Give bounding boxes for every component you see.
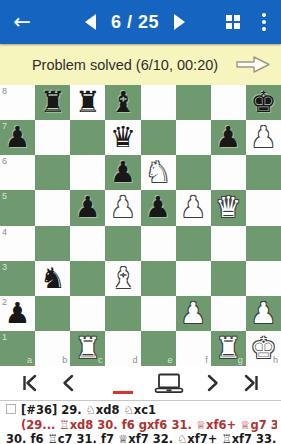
square-e3[interactable]	[141, 261, 176, 296]
square-g1[interactable]: g♜	[211, 331, 246, 366]
square-a5[interactable]: 5	[0, 190, 35, 225]
square-a6[interactable]: 6	[0, 155, 35, 190]
square-a7[interactable]: 7♟	[0, 120, 35, 155]
square-f6[interactable]	[176, 155, 211, 190]
prev-move-button[interactable]	[59, 372, 77, 394]
square-e7[interactable]	[141, 120, 176, 155]
square-c7[interactable]	[70, 120, 105, 155]
piece-black-pawn[interactable]: ♟	[141, 190, 176, 225]
square-b2[interactable]	[35, 296, 70, 331]
file-label: d	[132, 355, 137, 365]
square-b8[interactable]: ♜	[35, 85, 70, 120]
main-line-moves-2[interactable]: 30. f6 ♖c7 31. f7 ♕xf7 32. ♘xf7+ ♖xf7 33…	[6, 432, 277, 444]
square-h2[interactable]: ♟	[246, 296, 281, 331]
square-h7[interactable]: ♟	[246, 120, 281, 155]
app-screen: ← 6 / 25 Problem solved (6/10, 00:20) 8♜…	[0, 0, 281, 444]
rank-label: 3	[2, 262, 7, 272]
square-d4[interactable]	[105, 226, 140, 261]
file-label: a	[27, 355, 32, 365]
square-d6[interactable]: ♟	[105, 155, 140, 190]
square-c6[interactable]	[70, 155, 105, 190]
square-d1[interactable]: d	[105, 331, 140, 366]
overflow-menu-icon[interactable]	[260, 11, 268, 33]
square-d5[interactable]: ♟	[105, 190, 140, 225]
continue-arrow-icon[interactable]	[236, 55, 270, 74]
file-label: e	[168, 355, 173, 365]
square-b6[interactable]	[35, 155, 70, 190]
rank-label: 5	[2, 191, 7, 201]
square-f7[interactable]	[176, 120, 211, 155]
square-e6[interactable]: ♞	[141, 155, 176, 190]
square-h4[interactable]	[246, 226, 281, 261]
piece-black-pawn[interactable]: ♟	[0, 120, 35, 155]
variation-line[interactable]: (29... ♖xd8 30. f6 gxf6 31. ♕xf6+ ♕g7 32…	[6, 418, 277, 433]
piece-white-pawn[interactable]: ♟	[176, 190, 211, 225]
problem-grid-icon[interactable]	[226, 15, 240, 29]
square-f4[interactable]	[176, 226, 211, 261]
rank-label: 4	[2, 227, 7, 237]
notation-checkbox[interactable]	[6, 404, 16, 414]
main-line-moves-1[interactable]: 29. ♘xd8 ♘xc1	[61, 403, 156, 417]
piece-black-pawn[interactable]: ♟	[105, 155, 140, 190]
app-bar: ← 6 / 25	[0, 0, 281, 44]
main-line-row-1: [#36]29. ♘xd8 ♘xc1	[6, 403, 277, 418]
square-h6[interactable]	[246, 155, 281, 190]
back-arrow-icon[interactable]: ←	[0, 10, 44, 34]
last-move-button[interactable]	[239, 372, 264, 394]
square-c5[interactable]: ♟	[70, 190, 105, 225]
square-b3[interactable]: ♞	[35, 261, 70, 296]
square-a8[interactable]: 8	[0, 85, 35, 120]
square-e1[interactable]: e	[141, 331, 176, 366]
square-c1[interactable]: c♜	[70, 331, 105, 366]
square-h1[interactable]: h♚	[246, 331, 281, 366]
first-move-button[interactable]	[17, 372, 42, 394]
rank-label: 1	[2, 332, 7, 342]
piece-black-queen[interactable]: ♛	[105, 120, 140, 155]
square-c2[interactable]	[70, 296, 105, 331]
piece-white-king[interactable]: ♚	[246, 331, 281, 366]
piece-black-pawn[interactable]: ♟	[70, 190, 105, 225]
square-e8[interactable]	[141, 85, 176, 120]
puzzle-id: [#36]	[21, 403, 57, 417]
eval-gauge-button[interactable]	[95, 371, 135, 396]
square-b7[interactable]	[35, 120, 70, 155]
notation-panel: [#36]29. ♘xd8 ♘xc1 (29... ♖xd8 30. f6 gx…	[0, 401, 281, 444]
square-g5[interactable]: ♛	[211, 190, 246, 225]
prev-problem-icon[interactable]	[85, 14, 96, 30]
square-e2[interactable]	[141, 296, 176, 331]
square-g8[interactable]	[211, 85, 246, 120]
square-a1[interactable]: 1a	[0, 331, 35, 366]
piece-black-pawn[interactable]: ♟	[0, 296, 35, 331]
piece-black-knight[interactable]: ♞	[35, 261, 70, 296]
square-d8[interactable]: ♝	[105, 85, 140, 120]
eval-gauge-icon	[97, 373, 133, 394]
piece-white-bishop[interactable]: ♝	[105, 261, 140, 296]
app-bar-actions	[226, 11, 281, 33]
square-b4[interactable]	[35, 226, 70, 261]
square-g3[interactable]	[211, 261, 246, 296]
file-label: f	[205, 355, 208, 365]
square-c4[interactable]	[70, 226, 105, 261]
piece-white-pawn[interactable]: ♟	[246, 120, 281, 155]
rank-label: 8	[2, 86, 7, 96]
laptop-icon	[154, 373, 184, 394]
square-g6[interactable]	[211, 155, 246, 190]
square-b5[interactable]	[35, 190, 70, 225]
square-f3[interactable]	[176, 261, 211, 296]
piece-white-pawn[interactable]: ♟	[176, 296, 211, 331]
next-move-button[interactable]	[204, 372, 222, 394]
status-text: Problem solved (6/10, 00:20)	[0, 57, 236, 73]
piece-white-queen[interactable]: ♛	[211, 190, 246, 225]
piece-white-pawn[interactable]: ♟	[105, 190, 140, 225]
square-h5[interactable]	[246, 190, 281, 225]
square-g2[interactable]	[211, 296, 246, 331]
rank-label: 6	[2, 156, 7, 166]
square-f2[interactable]: ♟	[176, 296, 211, 331]
square-b1[interactable]: b	[35, 331, 70, 366]
problem-counter: 6 / 25	[111, 12, 159, 33]
square-d2[interactable]	[105, 296, 140, 331]
file-label: b	[62, 355, 67, 365]
square-a2[interactable]: 2♟	[0, 296, 35, 331]
square-a4[interactable]: 4	[0, 226, 35, 261]
square-g7[interactable]: ♟	[211, 120, 246, 155]
piece-black-rook[interactable]: ♜	[70, 85, 105, 120]
engine-button[interactable]	[152, 371, 186, 396]
square-a3[interactable]: 3	[0, 261, 35, 296]
piece-black-pawn[interactable]: ♟	[211, 120, 246, 155]
square-d7[interactable]: ♛	[105, 120, 140, 155]
move-toolbar	[0, 366, 281, 401]
square-h8[interactable]: ♚	[246, 85, 281, 120]
chess-board[interactable]: 8♜♜♝♚7♟♛♟♟6♟♞5♟♟♟♟♛43♞♝2♟♟♟1abc♜defg♜h♚	[0, 85, 281, 366]
piece-white-rook[interactable]: ♜	[70, 331, 105, 366]
square-e5[interactable]: ♟	[141, 190, 176, 225]
square-d3[interactable]: ♝	[105, 261, 140, 296]
piece-white-knight[interactable]: ♞	[141, 155, 176, 190]
problem-navigator: 6 / 25	[44, 12, 226, 33]
square-f1[interactable]: f	[176, 331, 211, 366]
piece-black-king[interactable]: ♚	[246, 85, 281, 120]
piece-black-bishop[interactable]: ♝	[105, 85, 140, 120]
piece-white-rook[interactable]: ♜	[211, 331, 246, 366]
piece-black-rook[interactable]: ♜	[35, 85, 70, 120]
status-banner: Problem solved (6/10, 00:20)	[0, 44, 281, 85]
square-e4[interactable]	[141, 226, 176, 261]
square-c3[interactable]	[70, 261, 105, 296]
square-h3[interactable]	[246, 261, 281, 296]
piece-white-pawn[interactable]: ♟	[246, 296, 281, 331]
square-g4[interactable]	[211, 226, 246, 261]
square-f8[interactable]	[176, 85, 211, 120]
square-f5[interactable]: ♟	[176, 190, 211, 225]
square-c8[interactable]: ♜	[70, 85, 105, 120]
next-problem-icon[interactable]	[174, 14, 185, 30]
